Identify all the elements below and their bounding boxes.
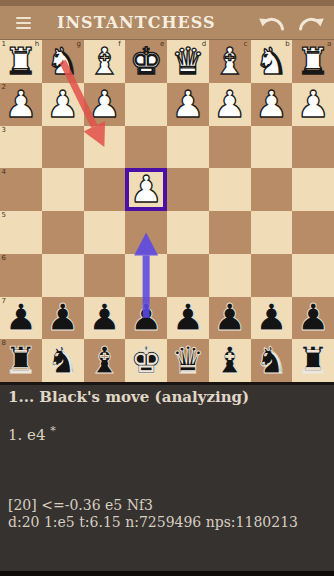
black-pawn: ♟ — [255, 299, 288, 336]
white-rook: ♜ — [4, 43, 37, 80]
white-king: ♚ — [130, 43, 163, 80]
square-f3[interactable] — [84, 126, 126, 169]
square-b1[interactable]: ♞ — [251, 40, 293, 83]
square-b3[interactable] — [251, 126, 293, 169]
square-f4[interactable] — [84, 168, 126, 211]
black-pawn: ♟ — [46, 299, 79, 336]
white-pawn: ♟ — [4, 86, 37, 123]
black-bishop: ♝ — [88, 342, 121, 379]
white-bishop: ♝ — [88, 43, 121, 80]
square-e2[interactable] — [125, 83, 167, 126]
white-pawn: ♟ — [213, 86, 246, 123]
square-a7[interactable]: ♟ — [292, 297, 334, 340]
square-h7[interactable]: ♟ — [0, 297, 42, 340]
result-marker: * — [50, 424, 56, 437]
undo-icon — [258, 14, 285, 31]
square-a6[interactable] — [292, 254, 334, 297]
square-e4[interactable]: ♟ — [125, 168, 167, 211]
black-pawn: ♟ — [297, 299, 330, 336]
square-a8[interactable]: ♜ — [292, 339, 334, 382]
engine-line-1: [20] <=-0.36 e5 Nf3 — [8, 497, 298, 514]
square-c2[interactable]: ♟ — [209, 83, 251, 126]
white-rook: ♜ — [297, 43, 330, 80]
square-g3[interactable] — [42, 126, 84, 169]
engine-line-2: d:20 1:e5 t:6.15 n:7259496 nps:1180213 — [8, 514, 298, 531]
info-panel: 1... Black's move (analyzing) 1. e4 * [2… — [0, 382, 334, 576]
black-rook: ♜ — [297, 342, 330, 379]
black-knight: ♞ — [46, 342, 79, 379]
square-a4[interactable] — [292, 168, 334, 211]
white-pawn: ♟ — [130, 171, 163, 208]
history-buttons — [258, 14, 325, 31]
square-c4[interactable] — [209, 168, 251, 211]
undo-button[interactable] — [258, 14, 285, 31]
menu-button[interactable] — [16, 14, 32, 30]
square-d4[interactable] — [167, 168, 209, 211]
move-list: 1. e4 * — [8, 424, 56, 444]
square-d5[interactable] — [167, 211, 209, 254]
square-b4[interactable] — [251, 168, 293, 211]
hamburger-icon — [16, 17, 31, 19]
app-header: INSTANTCHESS — [0, 6, 334, 40]
redo-button[interactable] — [298, 14, 325, 31]
white-knight: ♞ — [46, 43, 79, 80]
square-e6[interactable] — [125, 254, 167, 297]
square-d2[interactable]: ♟ — [167, 83, 209, 126]
square-h5[interactable] — [0, 211, 42, 254]
square-g8[interactable]: ♞ — [42, 339, 84, 382]
white-pawn: ♟ — [88, 86, 121, 123]
square-g4[interactable] — [42, 168, 84, 211]
square-b5[interactable] — [251, 211, 293, 254]
move-text: 1. e4 — [8, 426, 46, 444]
app-title: INSTANTCHESS — [57, 12, 215, 34]
square-f7[interactable]: ♟ — [84, 297, 126, 340]
square-a2[interactable]: ♟ — [292, 83, 334, 126]
white-pawn: ♟ — [255, 86, 288, 123]
square-a5[interactable] — [292, 211, 334, 254]
square-h8[interactable]: ♜ — [0, 339, 42, 382]
square-e7[interactable]: ♟ — [125, 297, 167, 340]
square-b8[interactable]: ♞ — [251, 339, 293, 382]
white-pawn: ♟ — [297, 86, 330, 123]
square-h6[interactable] — [0, 254, 42, 297]
square-b2[interactable]: ♟ — [251, 83, 293, 126]
white-pawn: ♟ — [46, 86, 79, 123]
engine-output: [20] <=-0.36 e5 Nf3 d:20 1:e5 t:6.15 n:7… — [8, 497, 298, 531]
app-screen: INSTANTCHESS ♜♞♝♚♛♝♞♜♟♟♟♟♟♟♟♟♟♟♟♟♟♟♟♟♜♞♝… — [0, 0, 334, 576]
square-c8[interactable]: ♝ — [209, 339, 251, 382]
square-g1[interactable]: ♞ — [42, 40, 84, 83]
status-text: 1... Black's move (analyzing) — [8, 388, 249, 406]
square-a3[interactable] — [292, 126, 334, 169]
square-b6[interactable] — [251, 254, 293, 297]
square-c7[interactable]: ♟ — [209, 297, 251, 340]
bottom-edge-bar — [0, 571, 334, 576]
square-d1[interactable]: ♛ — [167, 40, 209, 83]
square-g5[interactable] — [42, 211, 84, 254]
square-f6[interactable] — [84, 254, 126, 297]
square-h2[interactable]: ♟ — [0, 83, 42, 126]
square-e5[interactable] — [125, 211, 167, 254]
square-d3[interactable] — [167, 126, 209, 169]
square-c1[interactable]: ♝ — [209, 40, 251, 83]
square-c6[interactable] — [209, 254, 251, 297]
square-f2[interactable]: ♟ — [84, 83, 126, 126]
black-knight: ♞ — [255, 342, 288, 379]
square-g7[interactable]: ♟ — [42, 297, 84, 340]
redo-icon — [298, 14, 325, 31]
black-bishop: ♝ — [213, 342, 246, 379]
white-pawn: ♟ — [171, 86, 204, 123]
white-knight: ♞ — [255, 43, 288, 80]
square-f5[interactable] — [84, 211, 126, 254]
black-pawn: ♟ — [171, 299, 204, 336]
white-queen: ♛ — [171, 43, 204, 80]
square-g2[interactable]: ♟ — [42, 83, 84, 126]
black-pawn: ♟ — [88, 299, 121, 336]
square-g6[interactable] — [42, 254, 84, 297]
square-h4[interactable] — [0, 168, 42, 211]
square-e3[interactable] — [125, 126, 167, 169]
square-e1[interactable]: ♚ — [125, 40, 167, 83]
square-c5[interactable] — [209, 211, 251, 254]
black-queen: ♛ — [171, 342, 204, 379]
square-e8[interactable]: ♚ — [125, 339, 167, 382]
square-d8[interactable]: ♛ — [167, 339, 209, 382]
square-f1[interactable]: ♝ — [84, 40, 126, 83]
black-pawn: ♟ — [213, 299, 246, 336]
square-h3[interactable] — [0, 126, 42, 169]
square-a1[interactable]: ♜ — [292, 40, 334, 83]
chess-board[interactable]: ♜♞♝♚♛♝♞♜♟♟♟♟♟♟♟♟♟♟♟♟♟♟♟♟♜♞♝♚♛♝♞♜12345678… — [0, 40, 334, 382]
square-c3[interactable] — [209, 126, 251, 169]
square-d6[interactable] — [167, 254, 209, 297]
white-bishop: ♝ — [213, 43, 246, 80]
square-f8[interactable]: ♝ — [84, 339, 126, 382]
black-king: ♚ — [130, 342, 163, 379]
square-h1[interactable]: ♜ — [0, 40, 42, 83]
square-d7[interactable]: ♟ — [167, 297, 209, 340]
black-pawn: ♟ — [4, 299, 37, 336]
square-b7[interactable]: ♟ — [251, 297, 293, 340]
black-rook: ♜ — [4, 342, 37, 379]
black-pawn: ♟ — [130, 299, 163, 336]
